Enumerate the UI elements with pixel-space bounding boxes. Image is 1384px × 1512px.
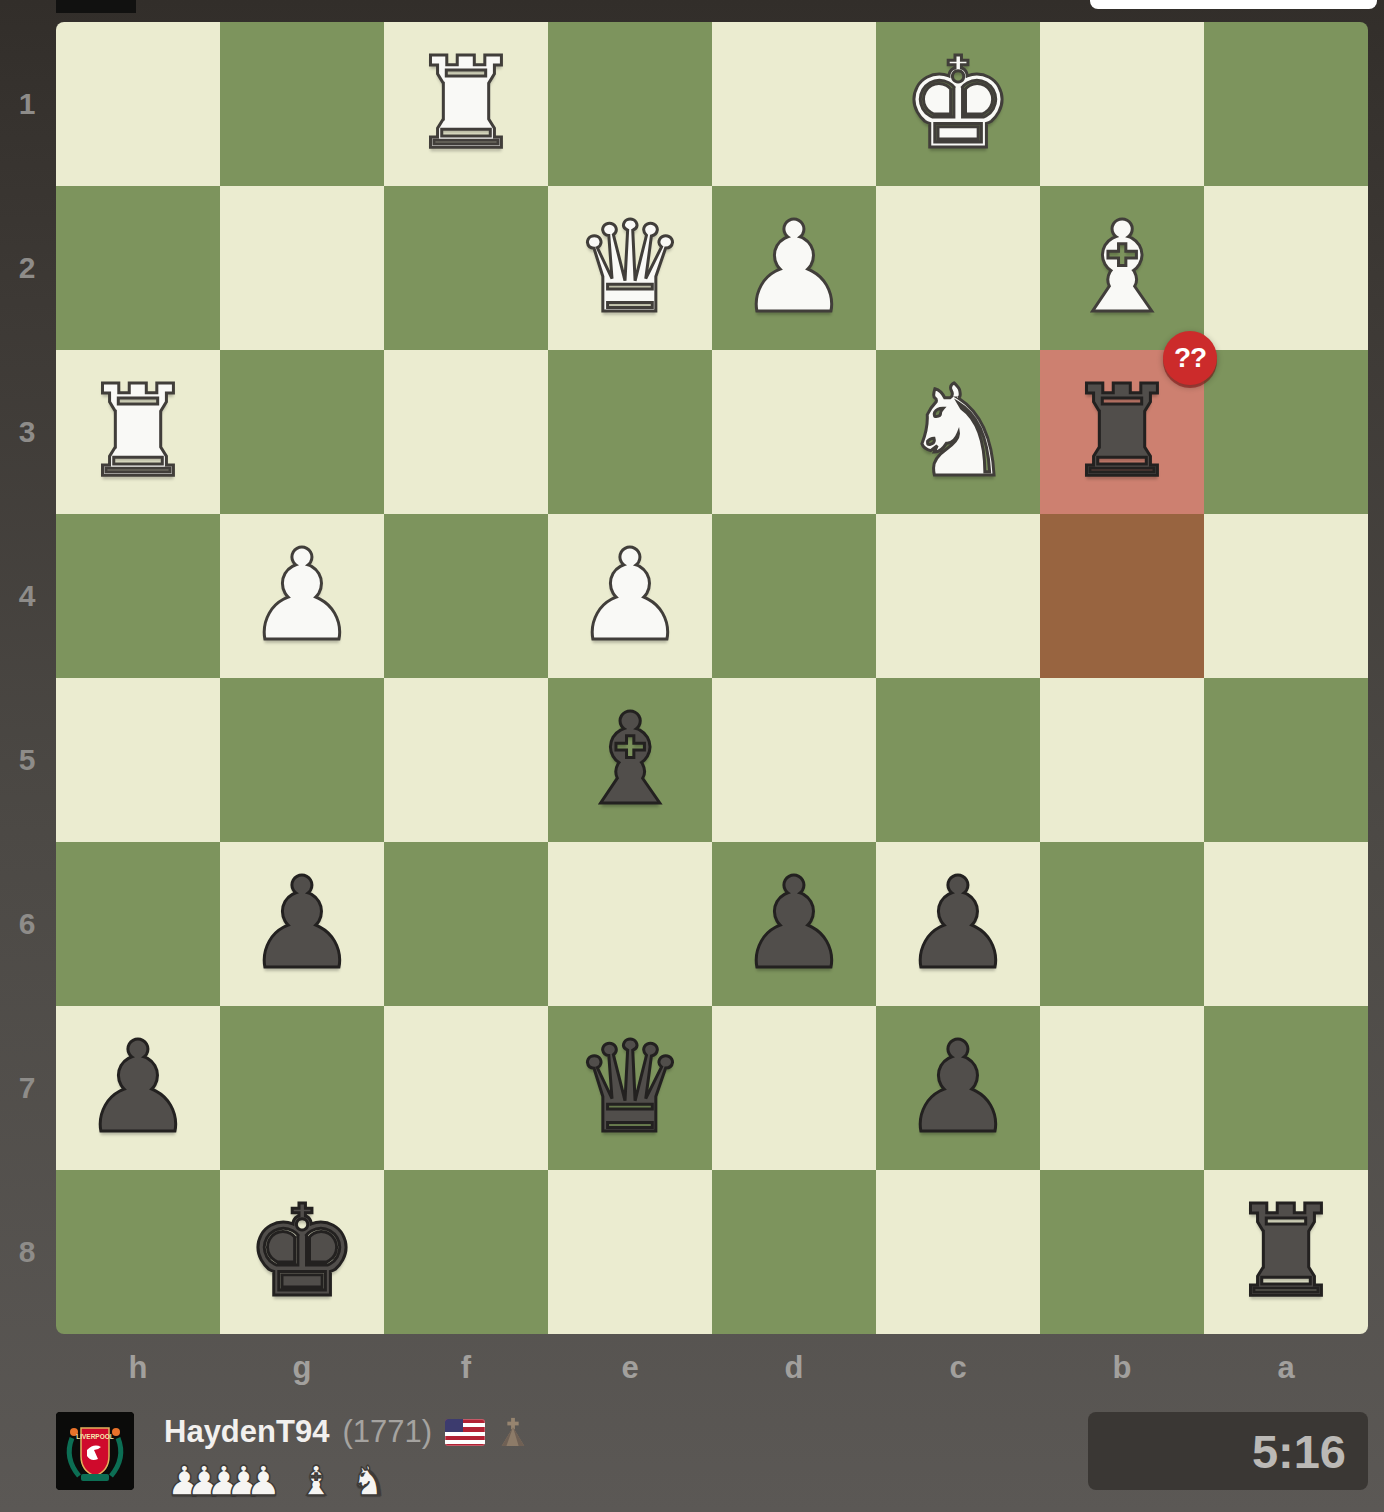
- square-f6[interactable]: [384, 842, 548, 1006]
- square-d3[interactable]: [712, 350, 876, 514]
- square-e7[interactable]: ♛: [548, 1006, 712, 1170]
- square-h8[interactable]: [56, 1170, 220, 1334]
- white-king[interactable]: ♚: [876, 22, 1040, 186]
- svg-text:LIVERPOOL: LIVERPOOL: [76, 1433, 114, 1440]
- square-c6[interactable]: ♟: [876, 842, 1040, 1006]
- liverpool-crest-icon: LIVERPOOL: [56, 1412, 134, 1490]
- square-g2[interactable]: [220, 186, 384, 350]
- captured-pawn: ♟: [245, 1461, 282, 1502]
- black-pawn[interactable]: ♟: [876, 1006, 1040, 1170]
- rank-label-1: 1: [0, 22, 54, 186]
- square-a7[interactable]: [1204, 1006, 1368, 1170]
- file-labels: hgfedcba: [56, 1338, 1368, 1398]
- square-d6[interactable]: ♟: [712, 842, 876, 1006]
- square-a2[interactable]: [1204, 186, 1368, 350]
- square-g4[interactable]: ♟: [220, 514, 384, 678]
- square-g3[interactable]: [220, 350, 384, 514]
- file-label-d: d: [712, 1338, 876, 1398]
- square-h5[interactable]: [56, 678, 220, 842]
- square-c3[interactable]: ♞: [876, 350, 1040, 514]
- file-label-a: a: [1204, 1338, 1368, 1398]
- square-f2[interactable]: [384, 186, 548, 350]
- file-label-g: g: [220, 1338, 384, 1398]
- black-pawn[interactable]: ♟: [56, 1006, 220, 1170]
- square-b1[interactable]: [1040, 22, 1204, 186]
- rank-label-6: 6: [0, 842, 54, 1006]
- captured-bishop: ♝: [298, 1461, 335, 1502]
- square-g8[interactable]: ♚: [220, 1170, 384, 1334]
- square-g7[interactable]: [220, 1006, 384, 1170]
- square-b5[interactable]: [1040, 678, 1204, 842]
- white-pawn[interactable]: ♟: [548, 514, 712, 678]
- square-h3[interactable]: ♜: [56, 350, 220, 514]
- blunder-badge: ??: [1163, 331, 1217, 385]
- rank-label-5: 5: [0, 678, 54, 842]
- board-squares[interactable]: ♜♚♛♟♝♜♞♜♟♟♝♟♟♟♟♛♟♚♜: [56, 22, 1368, 1334]
- bottom-player-clock: 5:16: [1088, 1412, 1368, 1490]
- square-b4[interactable]: [1040, 514, 1204, 678]
- square-c1[interactable]: ♚: [876, 22, 1040, 186]
- square-g5[interactable]: [220, 678, 384, 842]
- bottom-player-username[interactable]: HaydenT94: [164, 1414, 329, 1450]
- top-player-avatar: [56, 0, 136, 13]
- white-rook[interactable]: ♜: [56, 350, 220, 514]
- square-e1[interactable]: [548, 22, 712, 186]
- square-f4[interactable]: [384, 514, 548, 678]
- rank-label-4: 4: [0, 514, 54, 678]
- square-b6[interactable]: [1040, 842, 1204, 1006]
- square-f5[interactable]: [384, 678, 548, 842]
- rank-label-3: 3: [0, 350, 54, 514]
- square-a4[interactable]: [1204, 514, 1368, 678]
- square-e8[interactable]: [548, 1170, 712, 1334]
- white-rook[interactable]: ♜: [384, 22, 548, 186]
- rank-label-7: 7: [0, 1006, 54, 1170]
- black-pawn[interactable]: ♟: [712, 842, 876, 1006]
- square-b7[interactable]: [1040, 1006, 1204, 1170]
- square-a8[interactable]: ♜: [1204, 1170, 1368, 1334]
- square-e6[interactable]: [548, 842, 712, 1006]
- square-f8[interactable]: [384, 1170, 548, 1334]
- square-a5[interactable]: [1204, 678, 1368, 842]
- captured-knight: ♞: [351, 1461, 388, 1502]
- square-a3[interactable]: [1204, 350, 1368, 514]
- file-label-b: b: [1040, 1338, 1204, 1398]
- square-c5[interactable]: [876, 678, 1040, 842]
- white-pawn[interactable]: ♟: [712, 186, 876, 350]
- us-flag-icon: [445, 1419, 485, 1446]
- square-d4[interactable]: [712, 514, 876, 678]
- square-h6[interactable]: [56, 842, 220, 1006]
- file-label-h: h: [56, 1338, 220, 1398]
- black-pawn[interactable]: ♟: [220, 842, 384, 1006]
- square-c4[interactable]: [876, 514, 1040, 678]
- square-d2[interactable]: ♟: [712, 186, 876, 350]
- square-h2[interactable]: [56, 186, 220, 350]
- rank-label-2: 2: [0, 186, 54, 350]
- square-a6[interactable]: [1204, 842, 1368, 1006]
- square-e5[interactable]: ♝: [548, 678, 712, 842]
- square-d1[interactable]: [712, 22, 876, 186]
- rank-label-8: 8: [0, 1170, 54, 1334]
- black-king[interactable]: ♚: [220, 1170, 384, 1334]
- square-d7[interactable]: [712, 1006, 876, 1170]
- white-knight[interactable]: ♞: [876, 350, 1040, 514]
- bottom-player-rating: (1771): [342, 1414, 432, 1450]
- black-rook[interactable]: ♜: [1204, 1170, 1368, 1334]
- white-queen[interactable]: ♛: [548, 186, 712, 350]
- square-h1[interactable]: [56, 22, 220, 186]
- square-b8[interactable]: [1040, 1170, 1204, 1334]
- square-a1[interactable]: [1204, 22, 1368, 186]
- square-f3[interactable]: [384, 350, 548, 514]
- square-h4[interactable]: [56, 514, 220, 678]
- square-g6[interactable]: ♟: [220, 842, 384, 1006]
- file-label-f: f: [384, 1338, 548, 1398]
- square-b2[interactable]: ♝: [1040, 186, 1204, 350]
- captured-pieces-tray: ♟♟♟♟♟♝♞: [166, 1450, 387, 1502]
- square-c2[interactable]: [876, 186, 1040, 350]
- black-queen[interactable]: ♛: [548, 1006, 712, 1170]
- square-c8[interactable]: [876, 1170, 1040, 1334]
- square-d8[interactable]: [712, 1170, 876, 1334]
- bottom-player-avatar[interactable]: LIVERPOOL: [56, 1412, 134, 1490]
- top-player-clock: [1090, 0, 1377, 9]
- square-e3[interactable]: [548, 350, 712, 514]
- square-d5[interactable]: [712, 678, 876, 842]
- file-label-e: e: [548, 1338, 712, 1398]
- church-flair-icon: [498, 1416, 528, 1448]
- chess-board[interactable]: ♜♚♛♟♝♜♞♜♟♟♝♟♟♟♟♛♟♚♜ ??: [56, 22, 1368, 1334]
- square-f1[interactable]: ♜: [384, 22, 548, 186]
- white-bishop[interactable]: ♝: [1040, 186, 1204, 350]
- black-bishop[interactable]: ♝: [548, 678, 712, 842]
- square-e4[interactable]: ♟: [548, 514, 712, 678]
- file-label-c: c: [876, 1338, 1040, 1398]
- square-g1[interactable]: [220, 22, 384, 186]
- square-f7[interactable]: [384, 1006, 548, 1170]
- square-h7[interactable]: ♟: [56, 1006, 220, 1170]
- square-c7[interactable]: ♟: [876, 1006, 1040, 1170]
- white-pawn[interactable]: ♟: [220, 514, 384, 678]
- square-e2[interactable]: ♛: [548, 186, 712, 350]
- black-pawn[interactable]: ♟: [876, 842, 1040, 1006]
